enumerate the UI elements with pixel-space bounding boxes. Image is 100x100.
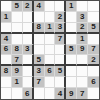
cell-r2c8[interactable]: 3	[77, 12, 88, 23]
cell-r7c3[interactable]	[23, 66, 34, 77]
cell-r8c8[interactable]	[77, 77, 88, 88]
cell-r9c9[interactable]	[88, 88, 99, 99]
cell-r3c2[interactable]	[12, 23, 23, 34]
cell-r3c6[interactable]: 3	[55, 23, 66, 34]
cell-r4c8[interactable]: 1	[77, 34, 88, 45]
cell-r4c9[interactable]	[88, 34, 99, 45]
cell-r9c7[interactable]: 9	[66, 88, 77, 99]
cell-r4c5[interactable]	[45, 34, 56, 45]
cell-r7c9[interactable]	[88, 66, 99, 77]
cell-r3c4[interactable]: 8	[34, 23, 45, 34]
cell-r5c8[interactable]: 9	[77, 45, 88, 56]
cell-r5c3[interactable]: 3	[23, 45, 34, 56]
cell-r7c1[interactable]: 8	[1, 66, 12, 77]
cell-r8c7[interactable]	[66, 77, 77, 88]
cell-r1c5[interactable]	[45, 1, 56, 12]
cell-r5c1[interactable]: 6	[1, 45, 12, 56]
cell-r4c6[interactable]: 7	[55, 34, 66, 45]
cell-r7c6[interactable]: 5	[55, 66, 66, 77]
cell-r9c6[interactable]: 4	[55, 88, 66, 99]
cell-r2c6[interactable]: 2	[55, 12, 66, 23]
sudoku-board: 524112381325471683597752893651766497	[0, 0, 100, 100]
cell-r6c7[interactable]	[66, 55, 77, 66]
cell-r9c2[interactable]	[12, 88, 23, 99]
cell-r9c3[interactable]: 6	[23, 88, 34, 99]
cell-r8c3[interactable]	[23, 77, 34, 88]
cell-r1c8[interactable]	[77, 1, 88, 12]
cell-r3c9[interactable]: 5	[88, 23, 99, 34]
cell-r9c8[interactable]: 7	[77, 88, 88, 99]
cell-r1c3[interactable]: 2	[23, 1, 34, 12]
cell-r9c4[interactable]	[34, 88, 45, 99]
cell-r2c1[interactable]: 1	[1, 12, 12, 23]
cell-r9c1[interactable]	[1, 88, 12, 99]
cell-r5c5[interactable]	[45, 45, 56, 56]
cell-r3c3[interactable]	[23, 23, 34, 34]
cell-r1c9[interactable]	[88, 1, 99, 12]
cell-r6c2[interactable]: 7	[12, 55, 23, 66]
cell-r2c4[interactable]	[34, 12, 45, 23]
cell-r6c6[interactable]	[55, 55, 66, 66]
cell-r4c2[interactable]	[12, 34, 23, 45]
cell-r4c7[interactable]	[66, 34, 77, 45]
cell-r7c5[interactable]: 6	[45, 66, 56, 77]
cell-r1c2[interactable]: 5	[12, 1, 23, 12]
cell-r3c1[interactable]	[1, 23, 12, 34]
cell-r1c1[interactable]	[1, 1, 12, 12]
cell-r6c9[interactable]: 2	[88, 55, 99, 66]
cell-r6c5[interactable]	[45, 55, 56, 66]
cell-r4c1[interactable]: 4	[1, 34, 12, 45]
cell-r2c9[interactable]	[88, 12, 99, 23]
cell-r6c4[interactable]: 5	[34, 55, 45, 66]
cell-r7c8[interactable]	[77, 66, 88, 77]
cell-r6c3[interactable]	[23, 55, 34, 66]
cell-r8c9[interactable]: 6	[88, 77, 99, 88]
cell-r8c2[interactable]: 1	[12, 77, 23, 88]
cell-r1c6[interactable]	[55, 1, 66, 12]
cell-r8c1[interactable]	[1, 77, 12, 88]
cell-r6c8[interactable]	[77, 55, 88, 66]
cell-r9c5[interactable]	[45, 88, 56, 99]
cell-r1c7[interactable]: 1	[66, 1, 77, 12]
cell-r1c4[interactable]: 4	[34, 1, 45, 12]
cell-r3c8[interactable]: 2	[77, 23, 88, 34]
cell-r7c2[interactable]: 9	[12, 66, 23, 77]
cell-r5c7[interactable]: 5	[66, 45, 77, 56]
cell-r5c2[interactable]: 8	[12, 45, 23, 56]
cell-r2c3[interactable]	[23, 12, 34, 23]
cell-r5c6[interactable]	[55, 45, 66, 56]
cell-r8c6[interactable]	[55, 77, 66, 88]
cell-r2c7[interactable]	[66, 12, 77, 23]
cell-r5c9[interactable]: 7	[88, 45, 99, 56]
cell-r6c1[interactable]	[1, 55, 12, 66]
cell-r3c5[interactable]: 1	[45, 23, 56, 34]
cell-r3c7[interactable]	[66, 23, 77, 34]
cell-r4c4[interactable]	[34, 34, 45, 45]
cell-r4c3[interactable]	[23, 34, 34, 45]
cell-r8c5[interactable]	[45, 77, 56, 88]
cell-r8c4[interactable]: 7	[34, 77, 45, 88]
cell-r7c4[interactable]: 3	[34, 66, 45, 77]
cell-r2c5[interactable]	[45, 12, 56, 23]
cell-r5c4[interactable]	[34, 45, 45, 56]
cell-r7c7[interactable]	[66, 66, 77, 77]
cell-r2c2[interactable]	[12, 12, 23, 23]
